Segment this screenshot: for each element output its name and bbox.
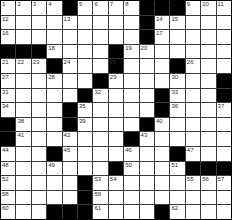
- cell-r7c3[interactable]: [32, 89, 46, 103]
- cell-r3c14[interactable]: [201, 30, 215, 44]
- cell-r2c6[interactable]: [78, 16, 92, 30]
- clue-number-62: 62: [171, 205, 178, 212]
- clue-number-25: 25: [110, 59, 117, 66]
- black-cell-r5c12: [170, 59, 184, 73]
- cell-r7c12[interactable]: 33: [170, 89, 184, 103]
- cell-r11c1[interactable]: 44: [1, 147, 15, 161]
- cell-r11c8[interactable]: [109, 147, 123, 161]
- cell-r2c7[interactable]: [93, 16, 107, 30]
- cell-r4c15[interactable]: [217, 45, 231, 59]
- cell-r2c13[interactable]: [186, 16, 200, 30]
- clue-number-38: 38: [17, 118, 24, 125]
- cell-r4c12[interactable]: [170, 45, 184, 59]
- cell-r9c9[interactable]: [124, 118, 138, 132]
- cell-r9c13[interactable]: [186, 118, 200, 132]
- cell-r7c4[interactable]: [47, 89, 61, 103]
- cell-r11c15[interactable]: [217, 147, 231, 161]
- clue-number-34: 34: [2, 103, 9, 110]
- cell-r15c15[interactable]: [217, 205, 231, 219]
- cell-r14c4[interactable]: [47, 191, 61, 205]
- cell-r9c7[interactable]: [93, 118, 107, 132]
- cell-r15c14[interactable]: [201, 205, 215, 219]
- cell-r12c10[interactable]: [140, 162, 154, 176]
- clue-number-56: 56: [202, 176, 209, 183]
- cell-r14c13[interactable]: [186, 191, 200, 205]
- cell-r8c3[interactable]: [32, 103, 46, 117]
- black-cell-r1c5: [63, 1, 77, 15]
- clue-number-60: 60: [2, 205, 9, 212]
- cell-r9c4[interactable]: [47, 118, 61, 132]
- clue-number-16: 16: [2, 30, 9, 37]
- cell-r2c9[interactable]: [124, 16, 138, 30]
- cell-r1c9[interactable]: 8: [124, 1, 138, 15]
- cell-r2c5[interactable]: 13: [63, 16, 77, 30]
- cell-r15c2[interactable]: [16, 205, 30, 219]
- clue-number-46: 46: [125, 147, 132, 154]
- cell-r3c1[interactable]: 16: [1, 30, 15, 44]
- cell-r9c3[interactable]: [32, 118, 46, 132]
- cell-r11c2[interactable]: [16, 147, 30, 161]
- cell-r3c6[interactable]: [78, 30, 92, 44]
- clue-number-27: 27: [2, 74, 9, 81]
- cell-r6c4[interactable]: 28: [47, 74, 61, 88]
- clue-number-54: 54: [110, 176, 117, 183]
- clue-number-22: 22: [17, 59, 24, 66]
- cell-r1c14[interactable]: 10: [201, 1, 215, 15]
- clue-number-53: 53: [94, 176, 101, 183]
- cell-r2c11[interactable]: 14: [155, 16, 169, 30]
- black-cell-r9c1: [1, 118, 15, 132]
- black-cell-r4c2: [16, 45, 30, 59]
- cell-r11c5[interactable]: 45: [63, 147, 77, 161]
- clue-number-26: 26: [187, 59, 194, 66]
- cell-r12c3[interactable]: [32, 162, 46, 176]
- cell-r2c15[interactable]: [217, 16, 231, 30]
- cell-r7c2[interactable]: [16, 89, 30, 103]
- clue-number-36: 36: [171, 103, 178, 110]
- cell-r8c6[interactable]: 35: [78, 103, 92, 117]
- cell-r12c11[interactable]: [155, 162, 169, 176]
- clue-number-20: 20: [141, 45, 148, 52]
- black-cell-r12c14: [201, 162, 215, 176]
- cell-r13c12[interactable]: [170, 176, 184, 190]
- black-cell-r10c9: [124, 132, 138, 146]
- black-cell-r8c11: [155, 103, 169, 117]
- cell-r3c2[interactable]: [16, 30, 30, 44]
- cell-r6c6[interactable]: [78, 74, 92, 88]
- cell-r6c5[interactable]: [63, 74, 77, 88]
- clue-number-21: 21: [2, 59, 9, 66]
- clue-number-57: 57: [218, 176, 225, 183]
- clue-number-48: 48: [2, 162, 9, 169]
- clue-number-39: 39: [79, 118, 86, 125]
- cell-r5c11[interactable]: [155, 59, 169, 73]
- cell-r15c7[interactable]: 61: [93, 205, 107, 219]
- cell-r6c13[interactable]: [186, 74, 200, 88]
- cell-r3c9[interactable]: [124, 30, 138, 44]
- cell-r4c13[interactable]: [186, 45, 200, 59]
- cell-r10c10[interactable]: 43: [140, 132, 154, 146]
- black-cell-r12c8: [109, 162, 123, 176]
- clue-number-19: 19: [125, 45, 132, 52]
- clue-number-1: 1: [2, 1, 5, 8]
- cell-r15c10[interactable]: [140, 205, 154, 219]
- clue-number-40: 40: [156, 118, 163, 125]
- cell-r13c10[interactable]: [140, 176, 154, 190]
- cell-r2c12[interactable]: 15: [170, 16, 184, 30]
- cell-r4c7[interactable]: [93, 45, 107, 59]
- cell-r13c13[interactable]: 55: [186, 176, 200, 190]
- cell-r14c9[interactable]: [124, 191, 138, 205]
- black-cell-r1c12: [170, 1, 184, 15]
- black-cell-r9c5: [63, 118, 77, 132]
- cell-r10c4[interactable]: [47, 132, 61, 146]
- cell-r14c2[interactable]: [16, 191, 30, 205]
- cell-r6c3[interactable]: [32, 74, 46, 88]
- clue-number-30: 30: [171, 74, 178, 81]
- clue-number-42: 42: [64, 132, 71, 139]
- cell-r13c7[interactable]: 53: [93, 176, 107, 190]
- cell-r4c9[interactable]: 19: [124, 45, 138, 59]
- clue-number-2: 2: [17, 1, 20, 8]
- cell-r13c8[interactable]: 54: [109, 176, 123, 190]
- cell-r12c4[interactable]: 49: [47, 162, 61, 176]
- cell-r14c8[interactable]: [109, 191, 123, 205]
- black-cell-r10c1: [1, 132, 15, 146]
- clue-number-13: 13: [64, 16, 71, 23]
- cell-r10c8[interactable]: [109, 132, 123, 146]
- cell-r1c1[interactable]: 1: [1, 1, 15, 15]
- clue-number-33: 33: [171, 89, 178, 96]
- black-cell-r15c5: [63, 205, 77, 219]
- cell-r9c12[interactable]: [170, 118, 184, 132]
- cell-r13c15[interactable]: 57: [217, 176, 231, 190]
- cell-r6c8[interactable]: 29: [109, 74, 123, 88]
- cell-r15c13[interactable]: [186, 205, 200, 219]
- clue-number-12: 12: [2, 16, 9, 23]
- cell-r13c5[interactable]: [63, 176, 77, 190]
- clue-number-49: 49: [48, 162, 55, 169]
- black-cell-r6c7: [93, 74, 107, 88]
- cell-r5c3[interactable]: 23: [32, 59, 46, 73]
- black-cell-r5c8: 25: [109, 59, 123, 73]
- cell-r8c2[interactable]: [16, 103, 30, 117]
- cell-r15c12[interactable]: 62: [170, 205, 184, 219]
- cell-r3c13[interactable]: [186, 30, 200, 44]
- cell-r9c14[interactable]: [201, 118, 215, 132]
- cell-r5c9[interactable]: [124, 59, 138, 73]
- black-cell-r1c11: [155, 1, 169, 15]
- clue-number-4: 4: [48, 1, 51, 8]
- clue-number-23: 23: [33, 59, 40, 66]
- cell-r1c6[interactable]: 5: [78, 1, 92, 15]
- cell-r14c3[interactable]: [32, 191, 46, 205]
- cell-r4c14[interactable]: [201, 45, 215, 59]
- black-cell-r15c11: [155, 205, 169, 219]
- cell-r15c3[interactable]: [32, 205, 46, 219]
- black-cell-r7c6: [78, 89, 92, 103]
- black-cell-r9c10: [140, 118, 154, 132]
- cell-r5c2[interactable]: 22: [16, 59, 30, 73]
- cell-r5c10[interactable]: [140, 59, 154, 73]
- cell-r15c9[interactable]: [124, 205, 138, 219]
- cell-r11c6[interactable]: [78, 147, 92, 161]
- cell-r11c7[interactable]: [93, 147, 107, 161]
- cell-r9c2[interactable]: 38: [16, 118, 30, 132]
- cell-r3c4[interactable]: [47, 30, 61, 44]
- cell-r1c15[interactable]: 11: [217, 1, 231, 15]
- cell-r6c2[interactable]: [16, 74, 30, 88]
- clue-number-59: 59: [94, 191, 101, 198]
- clue-number-11: 11: [218, 1, 224, 8]
- cell-r13c2[interactable]: [16, 176, 30, 190]
- cell-r8c8[interactable]: [109, 103, 123, 117]
- cell-r5c14[interactable]: [201, 59, 215, 73]
- cell-r8c9[interactable]: [124, 103, 138, 117]
- clue-number-45: 45: [64, 147, 71, 154]
- cell-r4c5[interactable]: [63, 45, 77, 59]
- clue-number-50: 50: [125, 162, 132, 169]
- cell-r7c5[interactable]: [63, 89, 77, 103]
- cell-r7c1[interactable]: 31: [1, 89, 15, 103]
- clue-number-47: 47: [187, 147, 194, 154]
- cell-r7c7[interactable]: 32: [93, 89, 107, 103]
- clue-number-3: 3: [33, 1, 36, 8]
- cell-r12c5[interactable]: [63, 162, 77, 176]
- black-cell-r15c4: [47, 205, 61, 219]
- cell-r1c7[interactable]: 6: [93, 1, 107, 15]
- cell-r13c9[interactable]: [124, 176, 138, 190]
- clue-number-17: 17: [156, 30, 163, 37]
- cell-r3c12[interactable]: [170, 30, 184, 44]
- black-cell-r11c4: [47, 147, 61, 161]
- cell-r11c3[interactable]: [32, 147, 46, 161]
- cell-r9c11[interactable]: 40: [155, 118, 169, 132]
- cell-r8c14[interactable]: [201, 103, 215, 117]
- cell-r5c15[interactable]: [217, 59, 231, 73]
- cell-r12c2[interactable]: [16, 162, 30, 176]
- black-cell-r4c8: [109, 45, 123, 59]
- cell-r11c9[interactable]: 46: [124, 147, 138, 161]
- clue-number-10: 10: [202, 1, 209, 8]
- cell-r12c12[interactable]: 51: [170, 162, 184, 176]
- cell-r3c3[interactable]: [32, 30, 46, 44]
- cell-r1c3[interactable]: 3: [32, 1, 46, 15]
- clue-number-51: 51: [171, 162, 178, 169]
- clue-number-35: 35: [79, 103, 86, 110]
- cell-r5c1[interactable]: 21: [1, 59, 15, 73]
- black-cell-r14c6: [78, 191, 92, 205]
- cell-r10c14[interactable]: [201, 132, 215, 146]
- black-cell-r15c6: [78, 205, 92, 219]
- cell-r1c2[interactable]: 2: [16, 1, 30, 15]
- black-cell-r4c1: [1, 45, 15, 59]
- clue-number-29: 29: [110, 74, 117, 81]
- cell-r1c13[interactable]: 9: [186, 1, 200, 15]
- cell-r15c1[interactable]: 60: [1, 205, 15, 219]
- black-cell-r13c6: [78, 176, 92, 190]
- cell-r13c14[interactable]: 56: [201, 176, 215, 190]
- black-cell-r4c3: [32, 45, 46, 59]
- cell-r4c4[interactable]: 18: [47, 45, 61, 59]
- cell-r7c14[interactable]: [201, 89, 215, 103]
- cell-r5c5[interactable]: 24: [63, 59, 77, 73]
- cell-r3c5[interactable]: [63, 30, 77, 44]
- black-cell-r1c10: [140, 1, 154, 15]
- cell-r8c1[interactable]: 34: [1, 103, 15, 117]
- cell-r14c12[interactable]: [170, 191, 184, 205]
- cell-r10c12[interactable]: [170, 132, 184, 146]
- cell-r2c1[interactable]: 12: [1, 16, 15, 30]
- cell-r2c2[interactable]: [16, 16, 30, 30]
- clue-number-61: 61: [94, 205, 101, 212]
- cell-r12c1[interactable]: 48: [1, 162, 15, 176]
- cell-r3c8[interactable]: [109, 30, 123, 44]
- clue-number-58: 58: [2, 191, 9, 198]
- clue-number-52: 52: [2, 176, 9, 183]
- black-cell-r2c10: [140, 16, 154, 30]
- cell-r5c6[interactable]: [78, 59, 92, 73]
- cell-r13c11[interactable]: [155, 176, 169, 190]
- cell-r9c8[interactable]: [109, 118, 123, 132]
- crossword-page: 1234567891011121314151617181920212223242…: [0, 0, 232, 220]
- clue-number-28: 28: [48, 74, 55, 81]
- clue-number-14: 14: [156, 16, 163, 23]
- clue-number-7: 7: [110, 1, 113, 8]
- cell-r11c14[interactable]: [201, 147, 215, 161]
- cell-r10c15[interactable]: [217, 132, 231, 146]
- cell-r9c15[interactable]: [217, 118, 231, 132]
- cell-r12c7[interactable]: [93, 162, 107, 176]
- cell-r5c13[interactable]: 26: [186, 59, 200, 73]
- cell-r14c10[interactable]: [140, 191, 154, 205]
- cell-r8c7[interactable]: [93, 103, 107, 117]
- cell-r6c9[interactable]: [124, 74, 138, 88]
- cell-r10c7[interactable]: [93, 132, 107, 146]
- cell-r11c11[interactable]: [155, 147, 169, 161]
- cell-r10c3[interactable]: [32, 132, 46, 146]
- cell-r4c10[interactable]: 20: [140, 45, 154, 59]
- cell-r14c1[interactable]: 58: [1, 191, 15, 205]
- clue-number-8: 8: [125, 1, 128, 8]
- clue-number-18: 18: [48, 45, 55, 52]
- cell-r14c7[interactable]: 59: [93, 191, 107, 205]
- cell-r8c15[interactable]: 37: [217, 103, 231, 117]
- clue-number-44: 44: [2, 147, 9, 154]
- black-cell-r12c15: [217, 162, 231, 176]
- cell-r3c7[interactable]: [93, 30, 107, 44]
- cell-r2c8[interactable]: [109, 16, 123, 30]
- cell-r5c7[interactable]: [93, 59, 107, 73]
- black-cell-r7c11: [155, 89, 169, 103]
- cell-r13c3[interactable]: [32, 176, 46, 190]
- clue-number-6: 6: [94, 1, 97, 8]
- cell-r11c13[interactable]: 47: [186, 147, 200, 161]
- cell-r7c9[interactable]: [124, 89, 138, 103]
- cell-r2c14[interactable]: [201, 16, 215, 30]
- cell-r6c1[interactable]: 27: [1, 74, 15, 88]
- clue-number-41: 41: [17, 132, 24, 139]
- cell-r14c15[interactable]: [217, 191, 231, 205]
- cell-r2c4[interactable]: [47, 16, 61, 30]
- cell-r13c4[interactable]: [47, 176, 61, 190]
- cell-r6c14[interactable]: [201, 74, 215, 88]
- cell-r13c1[interactable]: 52: [1, 176, 15, 190]
- cell-r7c8[interactable]: [109, 89, 123, 103]
- cell-r15c8[interactable]: [109, 205, 123, 219]
- cell-r7c10[interactable]: [140, 89, 154, 103]
- cell-r10c2[interactable]: 41: [16, 132, 30, 146]
- cell-r10c6[interactable]: [78, 132, 92, 146]
- black-cell-r12c13: [186, 162, 200, 176]
- cell-r12c6[interactable]: [78, 162, 92, 176]
- crossword-grid[interactable]: 1234567891011121314151617181920212223242…: [0, 0, 232, 220]
- cell-r8c10[interactable]: [140, 103, 154, 117]
- cell-r6c12[interactable]: 30: [170, 74, 184, 88]
- cell-r12c9[interactable]: 50: [124, 162, 138, 176]
- black-cell-r6c15: [217, 74, 231, 88]
- clue-number-9: 9: [187, 1, 190, 8]
- cell-r8c4[interactable]: [47, 103, 61, 117]
- cell-r8c13[interactable]: [186, 103, 200, 117]
- cell-r4c11[interactable]: [155, 45, 169, 59]
- cell-r14c14[interactable]: [201, 191, 215, 205]
- black-cell-r7c15: [217, 89, 231, 103]
- cell-r11c10[interactable]: [140, 147, 154, 161]
- cell-r7c13[interactable]: [186, 89, 200, 103]
- black-cell-r11c12: [170, 147, 184, 161]
- cell-r3c11[interactable]: 17: [155, 30, 169, 44]
- cell-r4c6[interactable]: [78, 45, 92, 59]
- cell-r10c5[interactable]: 42: [63, 132, 77, 146]
- black-cell-r5c4: [47, 59, 61, 73]
- clue-number-15: 15: [171, 16, 178, 23]
- cell-r9c6[interactable]: 39: [78, 118, 92, 132]
- black-cell-r3c10: [140, 30, 154, 44]
- clue-number-32: 32: [94, 89, 101, 96]
- black-cell-r8c5: [63, 103, 77, 117]
- cell-r10c11[interactable]: [155, 132, 169, 146]
- cell-r2c3[interactable]: [32, 16, 46, 30]
- cell-r8c12[interactable]: 36: [170, 103, 184, 117]
- clue-number-24: 24: [64, 59, 71, 66]
- cell-r10c13[interactable]: [186, 132, 200, 146]
- cell-r3c15[interactable]: [217, 30, 231, 44]
- cell-r1c4[interactable]: 4: [47, 1, 61, 15]
- clue-number-5: 5: [79, 1, 82, 8]
- clue-number-55: 55: [187, 176, 194, 183]
- clue-number-37: 37: [218, 103, 225, 110]
- cell-r6c11[interactable]: [155, 74, 169, 88]
- cell-r14c11[interactable]: [155, 191, 169, 205]
- clue-number-31: 31: [2, 89, 9, 96]
- clue-number-43: 43: [141, 132, 148, 139]
- cell-r1c8[interactable]: 7: [109, 1, 123, 15]
- cell-r14c5[interactable]: [63, 191, 77, 205]
- cell-r6c10[interactable]: [140, 74, 154, 88]
